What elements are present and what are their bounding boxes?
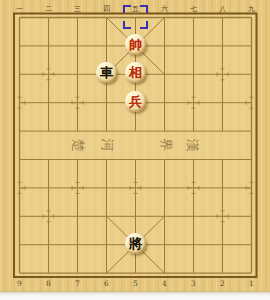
piece-red-soldier[interactable]: 兵: [125, 91, 146, 112]
top-file-label-6: 六: [161, 6, 168, 13]
river-char-he: 河: [100, 139, 113, 152]
bottom-file-label-3: 3: [191, 280, 196, 288]
bottom-file-label-5: 5: [133, 280, 138, 288]
bottom-file-label-1: 1: [249, 280, 254, 288]
xiangqi-app: 一二三四五六七八九 987654321 楚河漢界 帥車相兵將: [0, 0, 270, 300]
top-file-label-1: 一: [16, 6, 23, 13]
top-file-label-3: 三: [74, 6, 81, 13]
bottom-file-label-7: 7: [75, 280, 80, 288]
bottom-file-label-8: 8: [46, 280, 51, 288]
window-bottom-strip: [0, 291, 270, 300]
bottom-file-label-6: 6: [104, 280, 109, 288]
piece-black-general[interactable]: 將: [125, 233, 146, 254]
board-background: 一二三四五六七八九 987654321 楚河漢界 帥車相兵將: [0, 0, 270, 291]
top-file-label-5: 五: [132, 6, 139, 13]
bottom-file-label-2: 2: [220, 280, 225, 288]
top-file-label-7: 七: [190, 6, 197, 13]
bottom-file-label-4: 4: [162, 280, 167, 288]
river-char-chu: 楚: [72, 139, 85, 152]
river-char-jie: 界: [159, 139, 172, 152]
top-file-label-8: 八: [219, 6, 226, 13]
piece-red-general[interactable]: 帥: [125, 34, 146, 55]
bottom-file-label-9: 9: [17, 280, 22, 288]
river-char-han: 漢: [186, 139, 199, 152]
top-file-label-9: 九: [248, 6, 255, 13]
top-file-label-4: 四: [103, 6, 110, 13]
top-file-label-2: 二: [45, 6, 52, 13]
